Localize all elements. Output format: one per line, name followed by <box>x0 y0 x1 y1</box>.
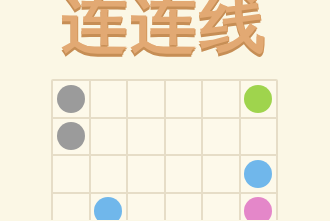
board-cell-r2c5[interactable] <box>203 119 239 155</box>
board-cell-r4c4[interactable] <box>166 194 202 221</box>
board-cell-r1c3[interactable] <box>128 81 164 117</box>
board-cell-r3c1[interactable] <box>53 156 89 192</box>
board-cell-r4c3[interactable] <box>128 194 164 221</box>
page-title: 连连线 <box>0 0 330 60</box>
dot-green[interactable] <box>244 85 272 113</box>
board-cell-r4c2[interactable] <box>91 194 127 221</box>
dot-gray[interactable] <box>57 122 85 150</box>
dot-blue[interactable] <box>94 197 122 220</box>
board-cell-r2c4[interactable] <box>166 119 202 155</box>
board-cell-r1c2[interactable] <box>91 81 127 117</box>
board-cell-r1c4[interactable] <box>166 81 202 117</box>
board-cell-r2c2[interactable] <box>91 119 127 155</box>
board-cell-r1c1[interactable] <box>53 81 89 117</box>
puzzle-board <box>51 79 278 220</box>
board-cell-r3c5[interactable] <box>203 156 239 192</box>
board-cell-r1c6[interactable] <box>241 81 277 117</box>
board-cell-r4c5[interactable] <box>203 194 239 221</box>
board-cell-r3c4[interactable] <box>166 156 202 192</box>
board-cell-r4c6[interactable] <box>241 194 277 221</box>
board-cell-r4c1[interactable] <box>53 194 89 221</box>
board-cell-r2c6[interactable] <box>241 119 277 155</box>
board-cell-r3c2[interactable] <box>91 156 127 192</box>
dot-blue[interactable] <box>244 160 272 188</box>
board-cell-r3c6[interactable] <box>241 156 277 192</box>
board-cell-r2c3[interactable] <box>128 119 164 155</box>
board-cell-r1c5[interactable] <box>203 81 239 117</box>
board-cell-r2c1[interactable] <box>53 119 89 155</box>
board-cell-r3c3[interactable] <box>128 156 164 192</box>
dot-pink[interactable] <box>244 197 272 220</box>
dot-gray[interactable] <box>57 85 85 113</box>
